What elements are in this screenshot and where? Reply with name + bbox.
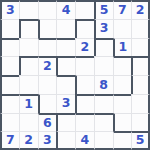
given-digit-r4c3[interactable]: 2 [38,56,57,75]
given-digit-r1c6[interactable]: 5 [94,0,113,19]
cell-r4c2[interactable] [19,56,38,75]
cell-r7c6[interactable] [94,113,113,132]
given-digit-r8c1[interactable]: 7 [0,131,19,150]
cell-r8c4[interactable] [56,131,75,150]
jigsaw-sudoku-board-wrap: 345723212813672345 [0,0,150,150]
cell-r3c6[interactable] [94,38,113,57]
cell-r4c6[interactable] [94,56,113,75]
cell-r2c8[interactable] [131,19,150,38]
cell-r7c5[interactable] [75,113,94,132]
given-digit-r8c2[interactable]: 2 [19,131,38,150]
cell-r3c1[interactable] [0,38,19,57]
cell-r3c4[interactable] [56,38,75,57]
cell-r7c1[interactable] [0,113,19,132]
cell-r5c5[interactable] [75,75,94,94]
given-digit-r8c5[interactable]: 4 [75,131,94,150]
cell-r1c2[interactable] [19,0,38,19]
given-digit-r6c4[interactable]: 3 [56,94,75,113]
cell-r1c3[interactable] [38,0,57,19]
cell-r4c4[interactable] [56,56,75,75]
given-digit-r7c3[interactable]: 6 [38,113,57,132]
cell-r3c2[interactable] [19,38,38,57]
given-digit-r1c7[interactable]: 7 [113,0,132,19]
given-digit-r1c1[interactable]: 3 [0,0,19,19]
cell-r6c5[interactable] [75,94,94,113]
jigsaw-sudoku-board: 345723212813672345 [0,0,150,150]
given-digit-r5c6[interactable]: 8 [94,75,113,94]
cell-r5c8[interactable] [131,75,150,94]
cell-r4c5[interactable] [75,56,94,75]
given-digit-r2c6[interactable]: 3 [94,19,113,38]
given-digit-r1c8[interactable]: 2 [131,0,150,19]
cell-r6c1[interactable] [0,94,19,113]
given-digit-r3c5[interactable]: 2 [75,38,94,57]
cell-r7c4[interactable] [56,113,75,132]
cell-r4c7[interactable] [113,56,132,75]
cell-r6c8[interactable] [131,94,150,113]
given-digit-r8c3[interactable]: 3 [38,131,57,150]
cell-r6c3[interactable] [38,94,57,113]
cell-r5c4[interactable] [56,75,75,94]
cell-r5c2[interactable] [19,75,38,94]
cell-r7c7[interactable] [113,113,132,132]
cell-r6c6[interactable] [94,94,113,113]
cell-r2c7[interactable] [113,19,132,38]
cell-r8c6[interactable] [94,131,113,150]
cell-r1c5[interactable] [75,0,94,19]
cell-r8c7[interactable] [113,131,132,150]
cell-r4c8[interactable] [131,56,150,75]
cell-r5c3[interactable] [38,75,57,94]
cell-r3c3[interactable] [38,38,57,57]
cell-r5c1[interactable] [0,75,19,94]
cell-r2c4[interactable] [56,19,75,38]
cell-r7c8[interactable] [131,113,150,132]
cell-r5c7[interactable] [113,75,132,94]
cell-r2c2[interactable] [19,19,38,38]
cell-r2c1[interactable] [0,19,19,38]
given-digit-r1c4[interactable]: 4 [56,0,75,19]
given-digit-r6c2[interactable]: 1 [19,94,38,113]
cell-r2c3[interactable] [38,19,57,38]
cell-r2c5[interactable] [75,19,94,38]
cell-r4c1[interactable] [0,56,19,75]
cell-r3c8[interactable] [131,38,150,57]
cell-r7c2[interactable] [19,113,38,132]
given-digit-r3c7[interactable]: 1 [113,38,132,57]
cell-r6c7[interactable] [113,94,132,113]
given-digit-r8c8[interactable]: 5 [131,131,150,150]
